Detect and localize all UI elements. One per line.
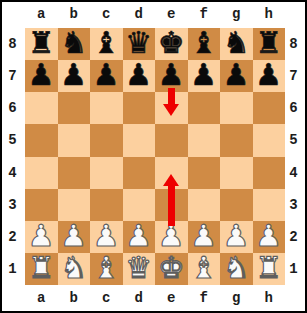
black-pawn-h7[interactable]: ♟: [255, 60, 282, 90]
square-h2[interactable]: ♟: [253, 221, 286, 253]
rank-label-left-7: 7: [8, 69, 16, 83]
square-a6[interactable]: [25, 92, 58, 124]
square-c8[interactable]: ♝: [90, 28, 123, 60]
square-h5[interactable]: [253, 124, 286, 156]
white-pawn-h2[interactable]: ♟: [255, 221, 282, 251]
rank-label-right-2: 2: [289, 230, 297, 244]
square-h1[interactable]: ♜: [253, 253, 286, 285]
rank-label-right-4: 4: [289, 166, 297, 180]
rank-label-right-3: 3: [289, 198, 297, 212]
square-g6[interactable]: [220, 92, 253, 124]
white-pawn-g2[interactable]: ♟: [223, 221, 250, 251]
file-label-top-d: d: [135, 7, 143, 21]
white-bishop-c1[interactable]: ♝: [93, 253, 120, 283]
file-label-bottom-h: h: [265, 291, 273, 305]
square-a5[interactable]: [25, 124, 58, 156]
black-rook-h8[interactable]: ♜: [255, 28, 282, 58]
white-knight-b1[interactable]: ♞: [60, 253, 87, 283]
arrow-shaft: [168, 186, 175, 226]
rank-label-right-1: 1: [289, 262, 297, 276]
black-pawn-e7[interactable]: ♟: [158, 60, 185, 90]
file-label-top-f: f: [200, 7, 208, 21]
white-pawn-f2[interactable]: ♟: [190, 221, 217, 251]
square-f2[interactable]: ♟: [188, 221, 221, 253]
black-pawn-f7[interactable]: ♟: [190, 60, 217, 90]
square-h8[interactable]: ♜: [253, 28, 286, 60]
rank-label-left-3: 3: [8, 198, 16, 212]
square-d5[interactable]: [123, 124, 156, 156]
square-c6[interactable]: [90, 92, 123, 124]
file-label-top-c: c: [102, 7, 110, 21]
square-h3[interactable]: [253, 189, 286, 221]
rank-label-left-5: 5: [8, 133, 16, 147]
square-c4[interactable]: [90, 157, 123, 189]
white-bishop-f1[interactable]: ♝: [190, 253, 217, 283]
file-label-top-g: g: [232, 7, 240, 21]
square-c2[interactable]: ♟: [90, 221, 123, 253]
file-label-bottom-e: e: [167, 291, 175, 305]
square-h6[interactable]: [253, 92, 286, 124]
file-label-top-b: b: [70, 7, 78, 21]
chess-diagram: ♜♞♝♛♚♝♞♜♟♟♟♟♟♟♟♟♟♟♟♟♟♟♟♟♜♞♝♛♚♝♞♜ aabbccd…: [0, 0, 307, 313]
file-label-bottom-f: f: [200, 291, 208, 305]
square-c3[interactable]: [90, 189, 123, 221]
move-arrow-e2-e4: [163, 174, 179, 226]
white-pawn-a2[interactable]: ♟: [28, 221, 55, 251]
square-a3[interactable]: [25, 189, 58, 221]
square-c5[interactable]: [90, 124, 123, 156]
square-g8[interactable]: ♞: [220, 28, 253, 60]
square-f6[interactable]: [188, 92, 221, 124]
white-rook-h1[interactable]: ♜: [255, 253, 282, 283]
square-f4[interactable]: [188, 157, 221, 189]
square-d1[interactable]: ♛: [123, 253, 156, 285]
square-b3[interactable]: [58, 189, 91, 221]
square-d7[interactable]: ♟: [123, 60, 156, 92]
square-d8[interactable]: ♛: [123, 28, 156, 60]
square-d4[interactable]: [123, 157, 156, 189]
arrowhead-down-icon: [163, 104, 179, 116]
move-arrow-e7-e6: [163, 88, 179, 116]
rank-label-right-8: 8: [289, 37, 297, 51]
square-g5[interactable]: [220, 124, 253, 156]
black-pawn-a7[interactable]: ♟: [28, 60, 55, 90]
white-pawn-d2[interactable]: ♟: [125, 221, 152, 251]
black-queen-d8[interactable]: ♛: [125, 28, 152, 58]
chess-board: ♜♞♝♛♚♝♞♜♟♟♟♟♟♟♟♟♟♟♟♟♟♟♟♟♜♞♝♛♚♝♞♜: [25, 28, 285, 285]
arrow-shaft: [168, 88, 175, 104]
square-b8[interactable]: ♞: [58, 28, 91, 60]
black-king-e8[interactable]: ♚: [158, 28, 185, 58]
file-label-bottom-c: c: [102, 291, 110, 305]
white-pawn-b2[interactable]: ♟: [60, 221, 87, 251]
rank-label-right-5: 5: [289, 133, 297, 147]
square-b6[interactable]: [58, 92, 91, 124]
square-d6[interactable]: [123, 92, 156, 124]
black-bishop-f8[interactable]: ♝: [190, 28, 217, 58]
square-b1[interactable]: ♞: [58, 253, 91, 285]
square-d3[interactable]: [123, 189, 156, 221]
file-label-top-a: a: [37, 7, 45, 21]
square-g4[interactable]: [220, 157, 253, 189]
black-pawn-d7[interactable]: ♟: [125, 60, 152, 90]
arrowhead-up-icon: [163, 174, 179, 186]
square-g2[interactable]: ♟: [220, 221, 253, 253]
rank-label-left-1: 1: [8, 262, 16, 276]
square-b4[interactable]: [58, 157, 91, 189]
square-a2[interactable]: ♟: [25, 221, 58, 253]
square-b5[interactable]: [58, 124, 91, 156]
square-f3[interactable]: [188, 189, 221, 221]
square-a1[interactable]: ♜: [25, 253, 58, 285]
black-knight-b8[interactable]: ♞: [60, 28, 87, 58]
square-h4[interactable]: [253, 157, 286, 189]
black-knight-g8[interactable]: ♞: [223, 28, 250, 58]
file-label-top-h: h: [265, 7, 273, 21]
black-pawn-c7[interactable]: ♟: [93, 60, 120, 90]
rank-label-right-6: 6: [289, 101, 297, 115]
white-queen-d1[interactable]: ♛: [125, 253, 152, 283]
rank-label-left-2: 2: [8, 230, 16, 244]
black-bishop-c8[interactable]: ♝: [93, 28, 120, 58]
square-d2[interactable]: ♟: [123, 221, 156, 253]
rank-label-left-8: 8: [8, 37, 16, 51]
square-f1[interactable]: ♝: [188, 253, 221, 285]
square-g7[interactable]: ♟: [220, 60, 253, 92]
file-label-bottom-d: d: [135, 291, 143, 305]
square-b7[interactable]: ♟: [58, 60, 91, 92]
file-label-top-e: e: [167, 7, 175, 21]
square-c1[interactable]: ♝: [90, 253, 123, 285]
file-label-bottom-a: a: [37, 291, 45, 305]
square-e8[interactable]: ♚: [155, 28, 188, 60]
square-f8[interactable]: ♝: [188, 28, 221, 60]
square-e1[interactable]: ♚: [155, 253, 188, 285]
rank-label-left-4: 4: [8, 166, 16, 180]
square-a8[interactable]: ♜: [25, 28, 58, 60]
square-g3[interactable]: [220, 189, 253, 221]
black-pawn-b7[interactable]: ♟: [60, 60, 87, 90]
white-pawn-c2[interactable]: ♟: [93, 221, 120, 251]
square-h7[interactable]: ♟: [253, 60, 286, 92]
rank-label-right-7: 7: [289, 69, 297, 83]
black-pawn-g7[interactable]: ♟: [223, 60, 250, 90]
square-c7[interactable]: ♟: [90, 60, 123, 92]
square-e5[interactable]: [155, 124, 188, 156]
rank-label-left-6: 6: [8, 101, 16, 115]
square-a4[interactable]: [25, 157, 58, 189]
square-b2[interactable]: ♟: [58, 221, 91, 253]
file-label-bottom-g: g: [232, 291, 240, 305]
square-g1[interactable]: ♞: [220, 253, 253, 285]
square-f5[interactable]: [188, 124, 221, 156]
file-label-bottom-b: b: [70, 291, 78, 305]
white-rook-a1[interactable]: ♜: [28, 253, 55, 283]
black-rook-a8[interactable]: ♜: [28, 28, 55, 58]
white-knight-g1[interactable]: ♞: [223, 253, 250, 283]
square-f7[interactable]: ♟: [188, 60, 221, 92]
square-a7[interactable]: ♟: [25, 60, 58, 92]
white-king-e1[interactable]: ♚: [158, 253, 185, 283]
